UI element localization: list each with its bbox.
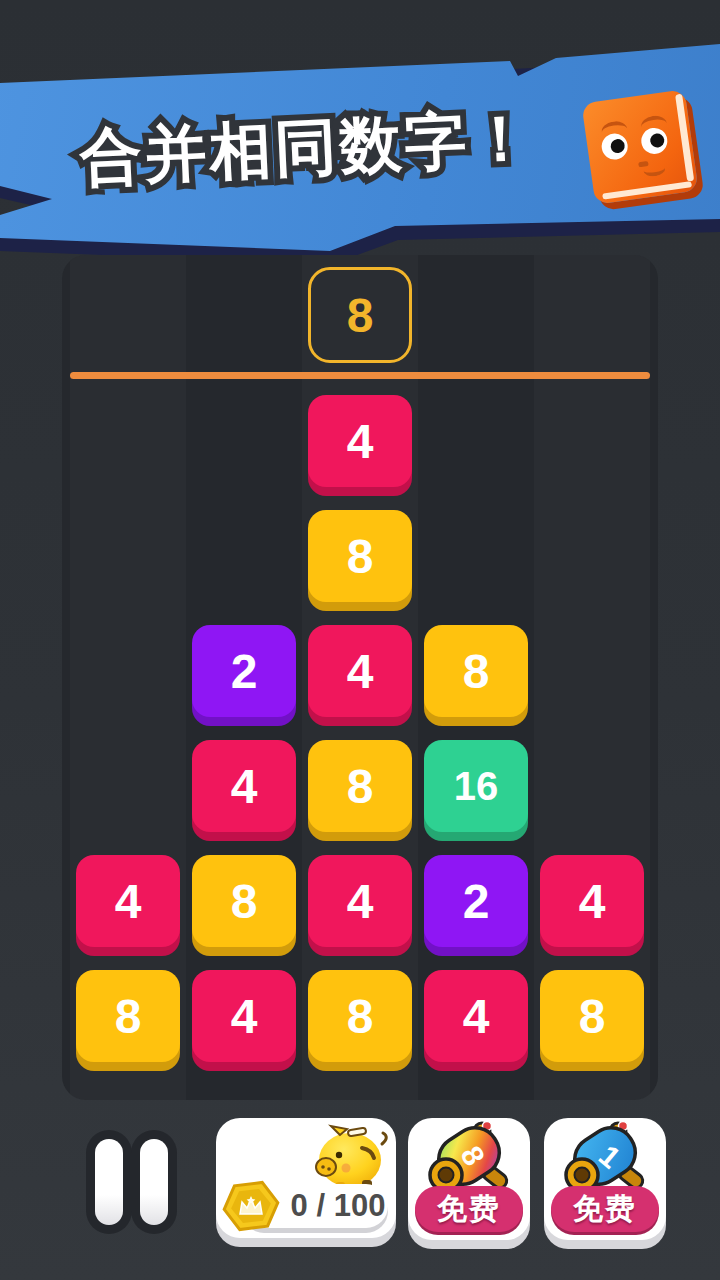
tile-8: 8 xyxy=(540,970,644,1062)
tile-8: 8 xyxy=(308,740,412,832)
tile-grid: 4824848164842484848 xyxy=(70,393,650,1083)
tile-4: 4 xyxy=(308,855,412,947)
booster-cannon-8-button[interactable]: 8 免费 xyxy=(408,1118,530,1240)
tile-4: 4 xyxy=(424,970,528,1062)
tile-2: 2 xyxy=(424,855,528,947)
tile-8: 8 xyxy=(308,510,412,602)
free-badge-8[interactable]: 免费 xyxy=(415,1186,523,1232)
game-board[interactable]: 8 4824848164842484848 xyxy=(62,255,658,1100)
free-badge-1[interactable]: 免费 xyxy=(551,1186,659,1232)
pause-icon xyxy=(140,1139,168,1225)
piggy-progress: 0 / 100 xyxy=(288,1184,388,1228)
tile-4: 4 xyxy=(192,970,296,1062)
coin-icon xyxy=(220,1176,282,1236)
tile-4: 4 xyxy=(308,395,412,487)
tile-4: 4 xyxy=(76,855,180,947)
tile-4: 4 xyxy=(192,740,296,832)
tile-8: 8 xyxy=(424,625,528,717)
mascot-block-icon xyxy=(581,89,698,204)
booster-cannon-1-button[interactable]: 1 免费 xyxy=(544,1118,666,1240)
pause-icon xyxy=(95,1139,123,1225)
screen: 合并相同数字！ 8 4824848164842484848 xyxy=(0,0,720,1280)
drop-line xyxy=(70,372,650,379)
tile-8: 8 xyxy=(76,970,180,1062)
tile-4: 4 xyxy=(308,625,412,717)
tile-8: 8 xyxy=(308,970,412,1062)
piggy-bank-icon xyxy=(306,1120,392,1192)
tile-4: 4 xyxy=(540,855,644,947)
tile-2: 2 xyxy=(192,625,296,717)
piggy-progress-pill: 0 / 100 xyxy=(242,1184,388,1228)
tile-16: 16 xyxy=(424,740,528,832)
piggy-bank-button[interactable]: 0 / 100 xyxy=(216,1118,396,1238)
pause-button[interactable] xyxy=(92,1138,170,1226)
tile-8: 8 xyxy=(192,855,296,947)
next-tile-preview: 8 xyxy=(308,267,412,363)
